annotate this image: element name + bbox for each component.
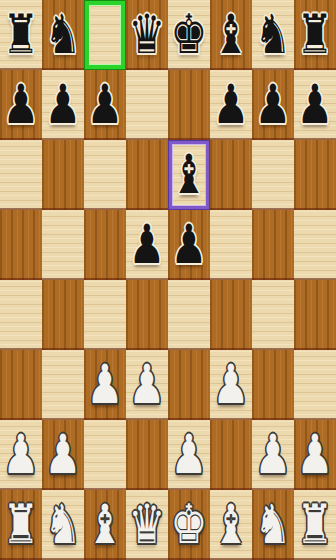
square-h8[interactable]: ♜ <box>294 0 336 70</box>
square-b1[interactable]: ♞ <box>42 490 84 560</box>
black-pawn[interactable]: ♟ <box>87 78 124 132</box>
white-rook[interactable]: ♜ <box>297 498 334 552</box>
square-d8[interactable]: ♛ <box>126 0 168 70</box>
square-e5[interactable]: ♟ <box>168 210 210 280</box>
square-h6[interactable] <box>294 140 336 210</box>
square-g1[interactable]: ♞ <box>252 490 294 560</box>
square-d4[interactable] <box>126 280 168 350</box>
chess-board: ♜♞♛♚♝♞♜♟♟♟♟♟♟♝♟♟♟♟♟♟♟♟♟♟♜♞♝♛♚♝♞♜ <box>0 0 336 560</box>
white-queen[interactable]: ♛ <box>129 498 166 552</box>
square-f6[interactable] <box>210 140 252 210</box>
square-c3[interactable]: ♟ <box>84 350 126 420</box>
black-queen[interactable]: ♛ <box>129 8 166 62</box>
square-e8[interactable]: ♚ <box>168 0 210 70</box>
square-b7[interactable]: ♟ <box>42 70 84 140</box>
square-g8[interactable]: ♞ <box>252 0 294 70</box>
square-g7[interactable]: ♟ <box>252 70 294 140</box>
square-e7[interactable] <box>168 70 210 140</box>
black-rook[interactable]: ♜ <box>297 8 334 62</box>
white-pawn[interactable]: ♟ <box>129 358 166 412</box>
square-a4[interactable] <box>0 280 42 350</box>
white-king[interactable]: ♚ <box>171 498 208 552</box>
square-g6[interactable] <box>252 140 294 210</box>
white-pawn[interactable]: ♟ <box>297 428 334 482</box>
white-bishop[interactable]: ♝ <box>87 498 124 552</box>
square-e4[interactable] <box>168 280 210 350</box>
square-g4[interactable] <box>252 280 294 350</box>
square-f4[interactable] <box>210 280 252 350</box>
square-d1[interactable]: ♛ <box>126 490 168 560</box>
square-d3[interactable]: ♟ <box>126 350 168 420</box>
square-c8[interactable] <box>84 0 126 70</box>
square-c7[interactable]: ♟ <box>84 70 126 140</box>
square-a2[interactable]: ♟ <box>0 420 42 490</box>
square-e1[interactable]: ♚ <box>168 490 210 560</box>
square-b5[interactable] <box>42 210 84 280</box>
square-c4[interactable] <box>84 280 126 350</box>
green-highlight-c8 <box>85 1 125 69</box>
black-bishop[interactable]: ♝ <box>171 148 208 202</box>
white-bishop[interactable]: ♝ <box>213 498 250 552</box>
square-g3[interactable] <box>252 350 294 420</box>
square-f3[interactable]: ♟ <box>210 350 252 420</box>
black-knight[interactable]: ♞ <box>45 8 82 62</box>
white-knight[interactable]: ♞ <box>255 498 292 552</box>
square-h1[interactable]: ♜ <box>294 490 336 560</box>
square-d7[interactable] <box>126 70 168 140</box>
square-a8[interactable]: ♜ <box>0 0 42 70</box>
square-h3[interactable] <box>294 350 336 420</box>
square-a3[interactable] <box>0 350 42 420</box>
square-g5[interactable] <box>252 210 294 280</box>
square-b8[interactable]: ♞ <box>42 0 84 70</box>
square-g2[interactable]: ♟ <box>252 420 294 490</box>
square-b2[interactable]: ♟ <box>42 420 84 490</box>
square-c1[interactable]: ♝ <box>84 490 126 560</box>
white-pawn[interactable]: ♟ <box>3 428 40 482</box>
square-f2[interactable] <box>210 420 252 490</box>
square-e6[interactable]: ♝ <box>168 140 210 210</box>
square-a6[interactable] <box>0 140 42 210</box>
square-f5[interactable] <box>210 210 252 280</box>
square-a1[interactable]: ♜ <box>0 490 42 560</box>
black-king[interactable]: ♚ <box>171 8 208 62</box>
square-h2[interactable]: ♟ <box>294 420 336 490</box>
square-b4[interactable] <box>42 280 84 350</box>
black-pawn[interactable]: ♟ <box>129 218 166 272</box>
black-bishop[interactable]: ♝ <box>213 8 250 62</box>
white-pawn[interactable]: ♟ <box>213 358 250 412</box>
square-d5[interactable]: ♟ <box>126 210 168 280</box>
white-pawn[interactable]: ♟ <box>171 428 208 482</box>
square-e3[interactable] <box>168 350 210 420</box>
black-rook[interactable]: ♜ <box>3 8 40 62</box>
black-pawn[interactable]: ♟ <box>3 78 40 132</box>
square-a7[interactable]: ♟ <box>0 70 42 140</box>
black-pawn[interactable]: ♟ <box>45 78 82 132</box>
square-f8[interactable]: ♝ <box>210 0 252 70</box>
square-h7[interactable]: ♟ <box>294 70 336 140</box>
black-pawn[interactable]: ♟ <box>255 78 292 132</box>
square-d6[interactable] <box>126 140 168 210</box>
black-pawn[interactable]: ♟ <box>213 78 250 132</box>
white-pawn[interactable]: ♟ <box>255 428 292 482</box>
square-c5[interactable] <box>84 210 126 280</box>
black-pawn[interactable]: ♟ <box>297 78 334 132</box>
square-b6[interactable] <box>42 140 84 210</box>
square-h4[interactable] <box>294 280 336 350</box>
square-c6[interactable] <box>84 140 126 210</box>
black-knight[interactable]: ♞ <box>255 8 292 62</box>
square-b3[interactable] <box>42 350 84 420</box>
square-d2[interactable] <box>126 420 168 490</box>
white-pawn[interactable]: ♟ <box>45 428 82 482</box>
square-e2[interactable]: ♟ <box>168 420 210 490</box>
square-c2[interactable] <box>84 420 126 490</box>
square-a5[interactable] <box>0 210 42 280</box>
square-f7[interactable]: ♟ <box>210 70 252 140</box>
black-pawn[interactable]: ♟ <box>171 218 208 272</box>
white-rook[interactable]: ♜ <box>3 498 40 552</box>
white-knight[interactable]: ♞ <box>45 498 82 552</box>
white-pawn[interactable]: ♟ <box>87 358 124 412</box>
square-f1[interactable]: ♝ <box>210 490 252 560</box>
square-h5[interactable] <box>294 210 336 280</box>
